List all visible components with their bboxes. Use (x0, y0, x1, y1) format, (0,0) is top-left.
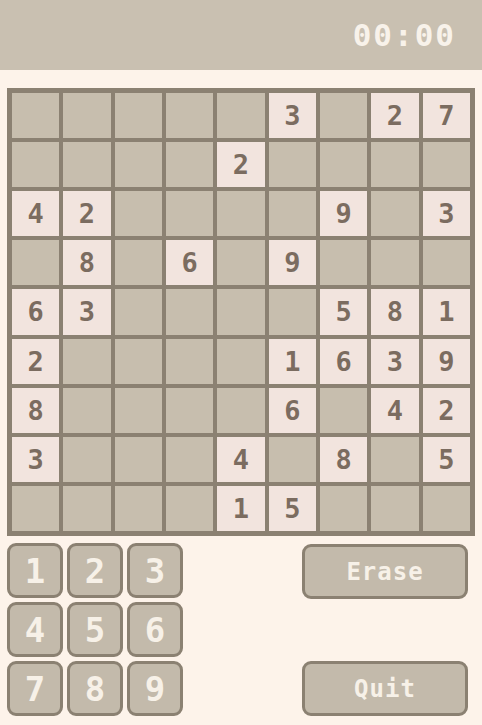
cell-r3c4[interactable] (166, 191, 213, 236)
cell-r4c5[interactable] (217, 240, 264, 285)
numpad-button-1[interactable]: 1 (7, 543, 63, 598)
cell-r2c5[interactable]: 2 (217, 142, 264, 187)
cell-r2c8[interactable] (371, 142, 418, 187)
cell-r6c8[interactable]: 3 (371, 339, 418, 384)
cell-r9c6[interactable]: 5 (269, 486, 316, 531)
quit-button[interactable]: Quit (302, 661, 468, 716)
cell-r8c6[interactable] (269, 437, 316, 482)
cell-r6c1[interactable]: 2 (12, 339, 59, 384)
cell-r1c1[interactable] (12, 93, 59, 138)
cell-r3c5[interactable] (217, 191, 264, 236)
cell-r2c6[interactable] (269, 142, 316, 187)
cell-r7c2[interactable] (63, 388, 110, 433)
cell-r8c1[interactable]: 3 (12, 437, 59, 482)
cell-r4c3[interactable] (115, 240, 162, 285)
cell-r6c4[interactable] (166, 339, 213, 384)
cell-r4c7[interactable] (320, 240, 367, 285)
timer-display: 00:00 (353, 17, 482, 53)
cell-r4c2[interactable]: 8 (63, 240, 110, 285)
cell-r7c6[interactable]: 6 (269, 388, 316, 433)
cell-r6c3[interactable] (115, 339, 162, 384)
cell-r2c7[interactable] (320, 142, 367, 187)
header-bar: 00:00 (0, 0, 482, 70)
cell-r1c3[interactable] (115, 93, 162, 138)
cell-r6c6[interactable]: 1 (269, 339, 316, 384)
cell-r1c4[interactable] (166, 93, 213, 138)
cell-r7c9[interactable]: 2 (423, 388, 470, 433)
cell-r8c3[interactable] (115, 437, 162, 482)
cell-r8c8[interactable] (371, 437, 418, 482)
cell-r6c7[interactable]: 6 (320, 339, 367, 384)
cell-r1c8[interactable]: 2 (371, 93, 418, 138)
cell-r9c7[interactable] (320, 486, 367, 531)
numpad-button-7[interactable]: 7 (7, 661, 63, 716)
cell-r4c4[interactable]: 6 (166, 240, 213, 285)
cell-r4c9[interactable] (423, 240, 470, 285)
numpad-button-8[interactable]: 8 (67, 661, 123, 716)
cell-r2c4[interactable] (166, 142, 213, 187)
cell-r6c9[interactable]: 9 (423, 339, 470, 384)
cell-r2c1[interactable] (12, 142, 59, 187)
cell-r1c6[interactable]: 3 (269, 93, 316, 138)
cell-r3c7[interactable]: 9 (320, 191, 367, 236)
cell-r5c3[interactable] (115, 289, 162, 334)
cell-r5c5[interactable] (217, 289, 264, 334)
cell-r2c9[interactable] (423, 142, 470, 187)
erase-button[interactable]: Erase (302, 544, 468, 599)
numpad-button-4[interactable]: 4 (7, 602, 63, 657)
cell-r9c2[interactable] (63, 486, 110, 531)
cell-r1c7[interactable] (320, 93, 367, 138)
cell-r3c8[interactable] (371, 191, 418, 236)
cell-r4c1[interactable] (12, 240, 59, 285)
cell-r9c1[interactable] (12, 486, 59, 531)
cell-r1c5[interactable] (217, 93, 264, 138)
cell-r7c8[interactable]: 4 (371, 388, 418, 433)
sudoku-board: 3272429386963581216398642348515 (7, 88, 475, 536)
numpad-button-2[interactable]: 2 (67, 543, 123, 598)
cell-r5c8[interactable]: 8 (371, 289, 418, 334)
cell-r9c4[interactable] (166, 486, 213, 531)
cell-r7c3[interactable] (115, 388, 162, 433)
cell-r1c9[interactable]: 7 (423, 93, 470, 138)
cell-r3c2[interactable]: 2 (63, 191, 110, 236)
cell-r8c7[interactable]: 8 (320, 437, 367, 482)
cell-r9c3[interactable] (115, 486, 162, 531)
cell-r4c6[interactable]: 9 (269, 240, 316, 285)
cell-r2c2[interactable] (63, 142, 110, 187)
cell-r8c4[interactable] (166, 437, 213, 482)
cell-r6c5[interactable] (217, 339, 264, 384)
cell-r7c5[interactable] (217, 388, 264, 433)
cell-r7c1[interactable]: 8 (12, 388, 59, 433)
numpad-button-5[interactable]: 5 (67, 602, 123, 657)
cell-r9c5[interactable]: 1 (217, 486, 264, 531)
cell-r1c2[interactable] (63, 93, 110, 138)
cell-r5c9[interactable]: 1 (423, 289, 470, 334)
cell-r8c5[interactable]: 4 (217, 437, 264, 482)
cell-r9c8[interactable] (371, 486, 418, 531)
cell-r5c6[interactable] (269, 289, 316, 334)
cell-r9c9[interactable] (423, 486, 470, 531)
cell-r7c7[interactable] (320, 388, 367, 433)
numpad-button-6[interactable]: 6 (127, 602, 183, 657)
numpad: 123456789 (7, 543, 183, 716)
cell-r8c2[interactable] (63, 437, 110, 482)
cell-r5c2[interactable]: 3 (63, 289, 110, 334)
cell-r5c7[interactable]: 5 (320, 289, 367, 334)
cell-r3c3[interactable] (115, 191, 162, 236)
cell-r3c9[interactable]: 3 (423, 191, 470, 236)
cell-r5c1[interactable]: 6 (12, 289, 59, 334)
cell-r5c4[interactable] (166, 289, 213, 334)
cell-r6c2[interactable] (63, 339, 110, 384)
numpad-button-9[interactable]: 9 (127, 661, 183, 716)
numpad-button-3[interactable]: 3 (127, 543, 183, 598)
cell-r3c6[interactable] (269, 191, 316, 236)
cell-r2c3[interactable] (115, 142, 162, 187)
cell-r3c1[interactable]: 4 (12, 191, 59, 236)
cell-r8c9[interactable]: 5 (423, 437, 470, 482)
cell-r4c8[interactable] (371, 240, 418, 285)
cell-r7c4[interactable] (166, 388, 213, 433)
